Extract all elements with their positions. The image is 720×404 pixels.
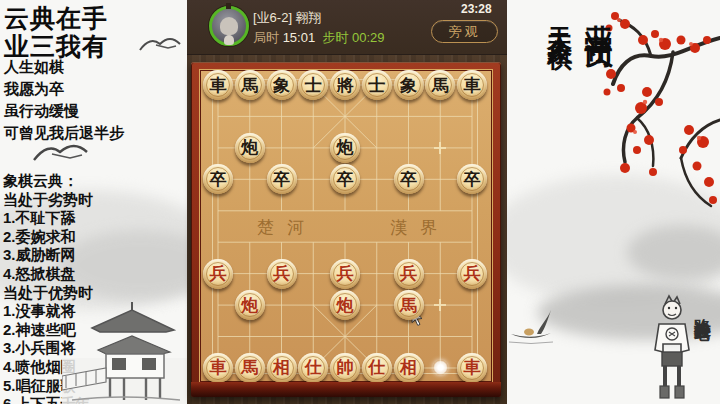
piece-glyph: 車 xyxy=(464,74,481,97)
piece-black-chariot[interactable]: 車 xyxy=(457,70,487,100)
piece-glyph: 馬 xyxy=(400,294,417,317)
piece-red-advisor[interactable]: 仕 xyxy=(362,353,392,383)
poem-line: 我愿为卒 xyxy=(4,78,124,100)
list-line: 当处于劣势时 xyxy=(3,191,93,210)
piece-black-chariot[interactable]: 車 xyxy=(203,70,233,100)
piece-glyph: 相 xyxy=(273,356,290,379)
list-line: 象棋云典： xyxy=(3,172,93,191)
headline-line: 云典在手 xyxy=(4,4,108,32)
list-line: 4.怒掀棋盘 xyxy=(3,265,93,284)
piece-glyph: 車 xyxy=(210,356,227,379)
piece-red-soldier[interactable]: 兵 xyxy=(457,259,487,289)
game-capture-area: [业6-2] 翱翔 局时 15:01 步时 00:29 23:28 旁观 xyxy=(187,0,507,404)
list-line: 2.委婉求和 xyxy=(3,228,93,247)
right-vertical-text-1: 天天象棋 xyxy=(544,7,577,31)
piece-glyph: 馬 xyxy=(241,74,258,97)
piece-red-advisor[interactable]: 仕 xyxy=(298,353,328,383)
player-name: [业6-2] 翱翔 xyxy=(253,9,322,27)
piece-glyph: 兵 xyxy=(337,262,354,285)
piece-red-horse[interactable]: 馬 xyxy=(394,290,424,320)
avatar-photo xyxy=(220,17,238,35)
crane-icon xyxy=(138,32,182,62)
piece-glyph: 兵 xyxy=(273,262,290,285)
piece-red-soldier[interactable]: 兵 xyxy=(203,259,233,289)
piece-black-cannon[interactable]: 炮 xyxy=(235,133,265,163)
piece-black-soldier[interactable]: 卒 xyxy=(267,164,297,194)
piece-glyph: 炮 xyxy=(241,294,258,317)
piece-glyph: 兵 xyxy=(464,262,481,285)
piece-black-advisor[interactable]: 士 xyxy=(362,70,392,100)
piece-red-horse[interactable]: 馬 xyxy=(235,353,265,383)
piece-black-elephant[interactable]: 象 xyxy=(267,70,297,100)
xiangqi-board[interactable]: 楚河 漢界 車馬象士將士象馬車炮炮卒卒卒卒卒兵兵兵兵兵炮炮馬車馬相仕帥仕相車 xyxy=(191,62,501,397)
piece-black-general[interactable]: 將 xyxy=(330,70,360,100)
board-base-ledge xyxy=(191,382,501,397)
time-row: 局时 15:01 步时 00:29 xyxy=(253,29,385,47)
piece-glyph: 象 xyxy=(400,74,417,97)
system-clock: 23:28 xyxy=(461,2,492,16)
river-label-left: 楚河 xyxy=(257,216,317,239)
cannon-point-marker xyxy=(434,299,446,311)
piece-red-chariot[interactable]: 車 xyxy=(457,353,487,383)
left-overlay-panel: 云典在手业三我有 人生如棋我愿为卒虽行动缓慢可曾见我后退半步 象棋云典：当处于劣… xyxy=(0,0,187,404)
piece-glyph: 車 xyxy=(210,74,227,97)
piece-black-elephant[interactable]: 象 xyxy=(394,70,424,100)
piece-red-elephant[interactable]: 相 xyxy=(267,353,297,383)
piece-red-soldier[interactable]: 兵 xyxy=(267,259,297,289)
player-avatar[interactable] xyxy=(209,6,249,46)
piece-black-horse[interactable]: 馬 xyxy=(235,70,265,100)
piece-glyph: 兵 xyxy=(400,262,417,285)
plum-blossom-branch xyxy=(585,0,720,230)
piece-glyph: 卒 xyxy=(337,168,354,191)
piece-glyph: 卒 xyxy=(210,168,227,191)
piece-red-elephant[interactable]: 相 xyxy=(394,353,424,383)
board-field[interactable]: 楚河 漢界 車馬象士將士象馬車炮炮卒卒卒卒卒兵兵兵兵兵炮炮馬車馬相仕帥仕相車 xyxy=(201,71,491,381)
piece-glyph: 炮 xyxy=(337,136,354,159)
river-label-right: 漢界 xyxy=(390,216,450,239)
step-time-value: 00:29 xyxy=(352,30,385,45)
piece-glyph: 仕 xyxy=(305,356,322,379)
right-vertical-text-2: 业三守门员 xyxy=(579,2,617,22)
piece-glyph: 卒 xyxy=(273,168,290,191)
piece-red-general[interactable]: 帥 xyxy=(330,353,360,383)
piece-red-chariot[interactable]: 車 xyxy=(203,353,233,383)
pavilion-sketch xyxy=(62,298,187,404)
piece-glyph: 象 xyxy=(273,74,290,97)
piece-glyph: 馬 xyxy=(241,356,258,379)
piece-glyph: 士 xyxy=(368,74,385,97)
piece-red-soldier[interactable]: 兵 xyxy=(394,259,424,289)
right-bottom-vertical-text: 路边摊老云 xyxy=(691,304,714,314)
left-poem: 人生如棋我愿为卒虽行动缓慢可曾见我后退半步 xyxy=(4,56,124,144)
piece-glyph: 卒 xyxy=(400,168,417,191)
right-overlay-panel: 天天象棋 业三守门员 路边摊老云 xyxy=(507,0,720,404)
list-line: 3.威胁断网 xyxy=(3,246,93,265)
piece-red-soldier[interactable]: 兵 xyxy=(330,259,360,289)
piece-black-soldier[interactable]: 卒 xyxy=(394,164,424,194)
piece-glyph: 馬 xyxy=(432,74,449,97)
piece-glyph: 兵 xyxy=(210,262,227,285)
step-time-label: 步时 xyxy=(322,30,348,45)
piece-glyph: 炮 xyxy=(241,136,258,159)
piece-glyph: 帥 xyxy=(337,356,354,379)
piece-glyph: 相 xyxy=(400,356,417,379)
stream-screen: 云典在手业三我有 人生如棋我愿为卒虽行动缓慢可曾见我后退半步 象棋云典：当处于劣… xyxy=(0,0,720,404)
piece-glyph: 車 xyxy=(464,356,481,379)
piece-glyph: 仕 xyxy=(368,356,385,379)
boat-sketch xyxy=(507,300,555,348)
piece-red-cannon[interactable]: 炮 xyxy=(235,290,265,320)
piece-black-cannon[interactable]: 炮 xyxy=(330,133,360,163)
game-time-label: 局时 xyxy=(253,30,279,45)
piece-glyph: 炮 xyxy=(337,294,354,317)
left-headline: 云典在手业三我有 xyxy=(4,4,108,60)
piece-red-cannon[interactable]: 炮 xyxy=(330,290,360,320)
spectate-button[interactable]: 旁观 xyxy=(431,20,498,43)
player-status-bar: [业6-2] 翱翔 局时 15:01 步时 00:29 23:28 旁观 xyxy=(187,0,507,55)
poem-line: 虽行动缓慢 xyxy=(4,100,124,122)
game-time-value: 15:01 xyxy=(283,30,316,45)
cannon-point-marker xyxy=(434,142,446,154)
poem-line: 可曾见我后退半步 xyxy=(4,122,124,144)
list-line: 1.不耻下舔 xyxy=(3,209,93,228)
piece-glyph: 卒 xyxy=(464,168,481,191)
piece-glyph: 士 xyxy=(305,74,322,97)
piece-glyph: 將 xyxy=(337,74,354,97)
poem-line: 人生如棋 xyxy=(4,56,124,78)
